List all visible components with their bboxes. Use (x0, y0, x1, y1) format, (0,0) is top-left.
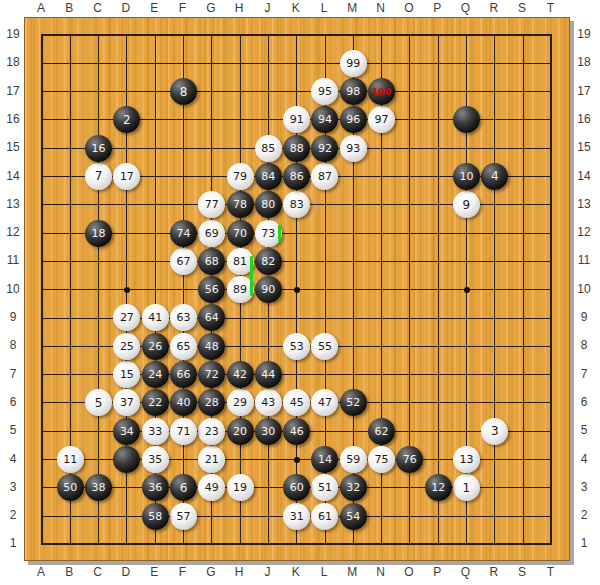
stone-number: 56 (205, 283, 219, 296)
col-label-bottom-G: G (200, 565, 222, 579)
stone-number: 55 (318, 339, 332, 352)
stone-number: 100 (372, 86, 392, 97)
row-label-right-8: 8 (573, 338, 595, 352)
stone-number: 73 (261, 226, 275, 239)
col-label-top-L: L (313, 1, 335, 15)
row-label-right-18: 18 (573, 55, 595, 69)
row-label-left-11: 11 (2, 253, 24, 267)
stone-number: 96 (346, 113, 360, 126)
stone-number: 11 (63, 452, 77, 465)
stone-number: 59 (346, 452, 360, 465)
stone-black-D16-move-2: 2 (113, 106, 140, 133)
col-label-bottom-M: M (341, 565, 363, 579)
stone-black-C12-move-18: 18 (85, 220, 112, 247)
stone-black-B3-move-50: 50 (57, 474, 84, 501)
stone-number: 57 (176, 509, 190, 522)
col-label-top-T: T (539, 1, 561, 15)
stone-number: 83 (290, 198, 304, 211)
row-label-right-16: 16 (573, 112, 595, 126)
stone-white-F2-move-57: 57 (170, 503, 197, 530)
stone-black-G8-move-48: 48 (198, 333, 225, 360)
stone-white-G4-move-21: 21 (198, 446, 225, 473)
stone-number: 1 (463, 480, 471, 494)
stone-black-L15-move-92: 92 (311, 135, 338, 162)
stone-black-J14-move-84: 84 (255, 163, 282, 190)
col-label-top-H: H (228, 1, 250, 15)
col-label-top-G: G (200, 1, 222, 15)
stone-number: 18 (92, 226, 106, 239)
stone-number: 15 (120, 368, 134, 381)
col-label-bottom-D: D (115, 565, 137, 579)
stone-white-B4-move-11: 11 (57, 446, 84, 473)
row-label-left-15: 15 (2, 140, 24, 154)
stone-black-K15-move-88: 88 (283, 135, 310, 162)
stone-white-F8-move-65: 65 (170, 333, 197, 360)
row-label-right-4: 4 (573, 452, 595, 466)
col-label-bottom-S: S (511, 565, 533, 579)
stone-white-D7-move-15: 15 (113, 361, 140, 388)
stone-white-E5-move-33: 33 (142, 418, 169, 445)
col-label-bottom-T: T (539, 565, 561, 579)
stone-black-P3-move-12: 12 (425, 474, 452, 501)
stone-white-E4-move-35: 35 (142, 446, 169, 473)
row-label-right-6: 6 (573, 395, 595, 409)
stone-number: 41 (148, 311, 162, 324)
stone-number: 68 (205, 254, 219, 267)
row-label-left-10: 10 (2, 282, 24, 296)
stone-number: 95 (318, 85, 332, 98)
stone-white-R5-move-3: 3 (481, 418, 508, 445)
stone-black-O4-move-76: 76 (396, 446, 423, 473)
stone-number: 4 (491, 169, 499, 183)
stone-number: 25 (120, 339, 134, 352)
stone-white-K6-move-45: 45 (283, 389, 310, 416)
stone-number: 99 (346, 56, 360, 69)
stone-black-E2-move-58: 58 (142, 503, 169, 530)
stone-black-J13-move-80: 80 (255, 191, 282, 218)
stone-black-K14-move-86: 86 (283, 163, 310, 190)
stone-black-F6-move-40: 40 (170, 389, 197, 416)
stone-white-F5-move-71: 71 (170, 418, 197, 445)
stone-number: 77 (205, 198, 219, 211)
stone-number: 97 (375, 113, 389, 126)
stone-black-M17-move-98: 98 (340, 78, 367, 105)
row-label-right-3: 3 (573, 480, 595, 494)
row-label-right-10: 10 (573, 282, 595, 296)
stone-black-H12-move-70: 70 (227, 220, 254, 247)
stone-black-L4-move-14: 14 (311, 446, 338, 473)
stone-white-E9-move-41: 41 (142, 304, 169, 331)
stone-white-Q13-move-9: 9 (453, 191, 480, 218)
stone-black-E8-move-26: 26 (142, 333, 169, 360)
stone-number: 45 (290, 396, 304, 409)
stone-white-D14-move-17: 17 (113, 163, 140, 190)
stone-number: 30 (261, 424, 275, 437)
row-label-right-2: 2 (573, 508, 595, 522)
stone-number: 86 (290, 169, 304, 182)
stone-number: 87 (318, 169, 332, 182)
stone-black-J11-move-82: 82 (255, 248, 282, 275)
col-label-top-D: D (115, 1, 137, 15)
col-label-bottom-J: J (256, 565, 278, 579)
stone-number: 43 (261, 396, 275, 409)
stone-black-F7-move-66: 66 (170, 361, 197, 388)
stone-white-G5-move-23: 23 (198, 418, 225, 445)
stone-number: 84 (261, 169, 275, 182)
row-label-right-11: 11 (573, 253, 595, 267)
stone-white-L14-move-87: 87 (311, 163, 338, 190)
stone-number: 37 (120, 396, 134, 409)
stone-number: 48 (205, 339, 219, 352)
stone-number: 80 (261, 198, 275, 211)
stone-number: 24 (148, 368, 162, 381)
stone-white-L2-move-61: 61 (311, 503, 338, 530)
stone-white-M15-move-93: 93 (340, 135, 367, 162)
stone-white-L6-move-47: 47 (311, 389, 338, 416)
stone-black-M3-move-32: 32 (340, 474, 367, 501)
col-label-top-K: K (285, 1, 307, 15)
stone-number: 60 (290, 481, 304, 494)
col-label-bottom-K: K (285, 565, 307, 579)
stone-number: 3 (491, 424, 499, 438)
stone-number: 58 (148, 509, 162, 522)
stone-number: 5 (95, 395, 103, 409)
stone-black-D4-setup (113, 446, 140, 473)
stone-number: 91 (290, 113, 304, 126)
row-label-right-9: 9 (573, 310, 595, 324)
stone-number: 61 (318, 509, 332, 522)
stone-black-G11-move-68: 68 (198, 248, 225, 275)
row-label-right-17: 17 (573, 84, 595, 98)
stone-number: 76 (403, 452, 417, 465)
col-label-top-S: S (511, 1, 533, 15)
stone-number: 44 (261, 368, 275, 381)
col-label-top-C: C (87, 1, 109, 15)
stone-black-F12-move-74: 74 (170, 220, 197, 247)
stone-black-L16-move-94: 94 (311, 106, 338, 133)
row-label-left-17: 17 (2, 84, 24, 98)
stone-number: 64 (205, 311, 219, 324)
stone-number: 33 (148, 424, 162, 437)
stone-number: 9 (463, 197, 471, 211)
row-label-left-2: 2 (2, 508, 24, 522)
row-label-left-3: 3 (2, 480, 24, 494)
col-label-bottom-C: C (87, 565, 109, 579)
stone-number: 40 (176, 396, 190, 409)
stone-white-Q4-move-13: 13 (453, 446, 480, 473)
stone-black-R14-move-4: 4 (481, 163, 508, 190)
stone-black-C15-move-16: 16 (85, 135, 112, 162)
stone-number: 49 (205, 481, 219, 494)
stone-number: 94 (318, 113, 332, 126)
stone-white-G13-move-77: 77 (198, 191, 225, 218)
col-label-bottom-O: O (398, 565, 420, 579)
stone-number: 79 (233, 169, 247, 182)
row-label-left-12: 12 (2, 225, 24, 239)
stone-white-L17-move-95: 95 (311, 78, 338, 105)
stone-number: 89 (233, 283, 247, 296)
stone-number: 16 (92, 141, 106, 154)
col-label-bottom-B: B (58, 565, 80, 579)
stone-number: 62 (375, 424, 389, 437)
col-label-top-A: A (30, 1, 52, 15)
stone-number: 36 (148, 481, 162, 494)
stone-number: 70 (233, 226, 247, 239)
stone-number: 26 (148, 339, 162, 352)
stone-white-D9-move-27: 27 (113, 304, 140, 331)
stone-number: 47 (318, 396, 332, 409)
stone-black-H5-move-20: 20 (227, 418, 254, 445)
row-label-right-7: 7 (573, 367, 595, 381)
green-bar-marker-H11 (250, 256, 253, 296)
stone-black-E3-move-36: 36 (142, 474, 169, 501)
col-label-top-O: O (398, 1, 420, 15)
stone-number: 98 (346, 85, 360, 98)
stone-number: 85 (261, 141, 275, 154)
stone-number: 75 (375, 452, 389, 465)
stone-number: 67 (176, 254, 190, 267)
stone-black-M16-move-96: 96 (340, 106, 367, 133)
row-label-right-15: 15 (573, 140, 595, 154)
stone-white-C6-move-5: 5 (85, 389, 112, 416)
col-label-bottom-E: E (143, 565, 165, 579)
col-label-bottom-A: A (30, 565, 52, 579)
stone-number: 51 (318, 481, 332, 494)
stone-number: 52 (346, 396, 360, 409)
stone-number: 2 (123, 112, 131, 126)
stone-black-J10-move-90: 90 (255, 276, 282, 303)
row-label-left-9: 9 (2, 310, 24, 324)
stone-black-J7-move-44: 44 (255, 361, 282, 388)
stone-black-M6-move-52: 52 (340, 389, 367, 416)
stone-number: 28 (205, 396, 219, 409)
stone-number: 50 (63, 481, 77, 494)
row-label-right-19: 19 (573, 27, 595, 41)
col-label-bottom-R: R (483, 565, 505, 579)
col-label-top-F: F (172, 1, 194, 15)
row-label-left-7: 7 (2, 367, 24, 381)
stone-number: 13 (459, 452, 473, 465)
stone-number: 8 (180, 84, 188, 98)
stone-black-K5-move-46: 46 (283, 418, 310, 445)
row-label-right-12: 12 (573, 225, 595, 239)
stone-number: 6 (180, 480, 188, 494)
stone-number: 42 (233, 368, 247, 381)
stone-number: 72 (205, 368, 219, 381)
stone-number: 46 (290, 424, 304, 437)
stone-grid: 1234567891011121314151617181920212223242… (28, 21, 566, 559)
col-label-top-B: B (58, 1, 80, 15)
stone-white-H3-move-19: 19 (227, 474, 254, 501)
row-label-left-19: 19 (2, 27, 24, 41)
row-label-left-4: 4 (2, 452, 24, 466)
stone-number: 17 (120, 169, 134, 182)
stone-number: 21 (205, 452, 219, 465)
stone-black-J5-move-30: 30 (255, 418, 282, 445)
row-label-left-14: 14 (2, 169, 24, 183)
stone-white-G12-move-69: 69 (198, 220, 225, 247)
col-label-top-M: M (341, 1, 363, 15)
stone-number: 74 (176, 226, 190, 239)
row-label-left-6: 6 (2, 395, 24, 409)
stone-black-G10-move-56: 56 (198, 276, 225, 303)
stone-white-Q3-move-1: 1 (453, 474, 480, 501)
col-label-top-N: N (370, 1, 392, 15)
stone-black-Q16-setup (453, 106, 480, 133)
stone-white-D6-move-37: 37 (113, 389, 140, 416)
stone-white-F9-move-63: 63 (170, 304, 197, 331)
stone-white-J15-move-85: 85 (255, 135, 282, 162)
row-label-right-5: 5 (573, 423, 595, 437)
stone-black-K3-move-60: 60 (283, 474, 310, 501)
stone-black-G9-move-64: 64 (198, 304, 225, 331)
row-label-left-16: 16 (2, 112, 24, 126)
row-label-right-1: 1 (573, 536, 595, 550)
stone-white-G3-move-49: 49 (198, 474, 225, 501)
stone-number: 22 (148, 396, 162, 409)
stone-number: 66 (176, 368, 190, 381)
col-label-bottom-P: P (426, 565, 448, 579)
stone-number: 7 (95, 169, 103, 183)
stone-black-G6-move-28: 28 (198, 389, 225, 416)
row-label-right-13: 13 (573, 197, 595, 211)
stone-black-M2-move-54: 54 (340, 503, 367, 530)
stone-black-E6-move-22: 22 (142, 389, 169, 416)
col-label-bottom-N: N (370, 565, 392, 579)
stone-black-N17-move-100: 100 (368, 78, 395, 105)
row-label-left-13: 13 (2, 197, 24, 211)
stone-white-N4-move-75: 75 (368, 446, 395, 473)
stone-white-M4-move-59: 59 (340, 446, 367, 473)
stone-black-G7-move-72: 72 (198, 361, 225, 388)
stone-number: 69 (205, 226, 219, 239)
stone-number: 38 (92, 481, 106, 494)
col-label-top-E: E (143, 1, 165, 15)
stone-black-C3-move-38: 38 (85, 474, 112, 501)
stone-number: 82 (261, 254, 275, 267)
stone-black-Q14-move-10: 10 (453, 163, 480, 190)
col-label-top-P: P (426, 1, 448, 15)
stone-white-D8-move-25: 25 (113, 333, 140, 360)
col-label-bottom-Q: Q (455, 565, 477, 579)
stone-number: 88 (290, 141, 304, 154)
stone-white-H14-move-79: 79 (227, 163, 254, 190)
col-label-top-J: J (256, 1, 278, 15)
stone-number: 20 (233, 424, 247, 437)
stone-number: 10 (459, 169, 473, 182)
row-label-left-8: 8 (2, 338, 24, 352)
stone-number: 12 (431, 481, 445, 494)
stone-number: 78 (233, 198, 247, 211)
stone-white-J6-move-43: 43 (255, 389, 282, 416)
col-label-top-Q: Q (455, 1, 477, 15)
stone-number: 92 (318, 141, 332, 154)
stone-black-D5-move-34: 34 (113, 418, 140, 445)
row-label-right-14: 14 (573, 169, 595, 183)
stone-number: 29 (233, 396, 247, 409)
stone-black-H13-move-78: 78 (227, 191, 254, 218)
stone-number: 14 (318, 452, 332, 465)
col-label-bottom-H: H (228, 565, 250, 579)
stone-number: 63 (176, 311, 190, 324)
col-label-top-R: R (483, 1, 505, 15)
stone-number: 19 (233, 481, 247, 494)
stone-number: 34 (120, 424, 134, 437)
go-board[interactable]: 1234567891011121314151617181920212223242… (24, 17, 570, 561)
go-diagram-page: { "game": "go", "view": { "title": "Go g… (0, 0, 600, 585)
stone-white-K16-move-91: 91 (283, 106, 310, 133)
stone-black-E7-move-24: 24 (142, 361, 169, 388)
row-label-left-1: 1 (2, 536, 24, 550)
stone-number: 81 (233, 254, 247, 267)
col-label-bottom-F: F (172, 565, 194, 579)
stone-number: 71 (176, 424, 190, 437)
stone-number: 65 (176, 339, 190, 352)
row-label-left-18: 18 (2, 55, 24, 69)
row-label-left-5: 5 (2, 423, 24, 437)
stone-number: 32 (346, 481, 360, 494)
stone-number: 54 (346, 509, 360, 522)
stone-black-F17-move-8: 8 (170, 78, 197, 105)
stone-white-C14-move-7: 7 (85, 163, 112, 190)
stone-white-L8-move-55: 55 (311, 333, 338, 360)
stone-number: 93 (346, 141, 360, 154)
stone-number: 23 (205, 424, 219, 437)
stone-number: 35 (148, 452, 162, 465)
stone-number: 31 (290, 509, 304, 522)
stone-number: 90 (261, 283, 275, 296)
col-label-bottom-L: L (313, 565, 335, 579)
stone-white-H6-move-29: 29 (227, 389, 254, 416)
stone-white-K13-move-83: 83 (283, 191, 310, 218)
stone-black-H7-move-42: 42 (227, 361, 254, 388)
stone-white-K2-move-31: 31 (283, 503, 310, 530)
stone-white-K8-move-53: 53 (283, 333, 310, 360)
stone-white-N16-move-97: 97 (368, 106, 395, 133)
stone-white-F11-move-67: 67 (170, 248, 197, 275)
green-bar-marker-J12 (278, 225, 281, 242)
stone-number: 27 (120, 311, 134, 324)
stone-black-F3-move-6: 6 (170, 474, 197, 501)
stone-white-M18-move-99: 99 (340, 50, 367, 77)
stone-white-L3-move-51: 51 (311, 474, 338, 501)
stone-black-N5-move-62: 62 (368, 418, 395, 445)
stone-number: 53 (290, 339, 304, 352)
